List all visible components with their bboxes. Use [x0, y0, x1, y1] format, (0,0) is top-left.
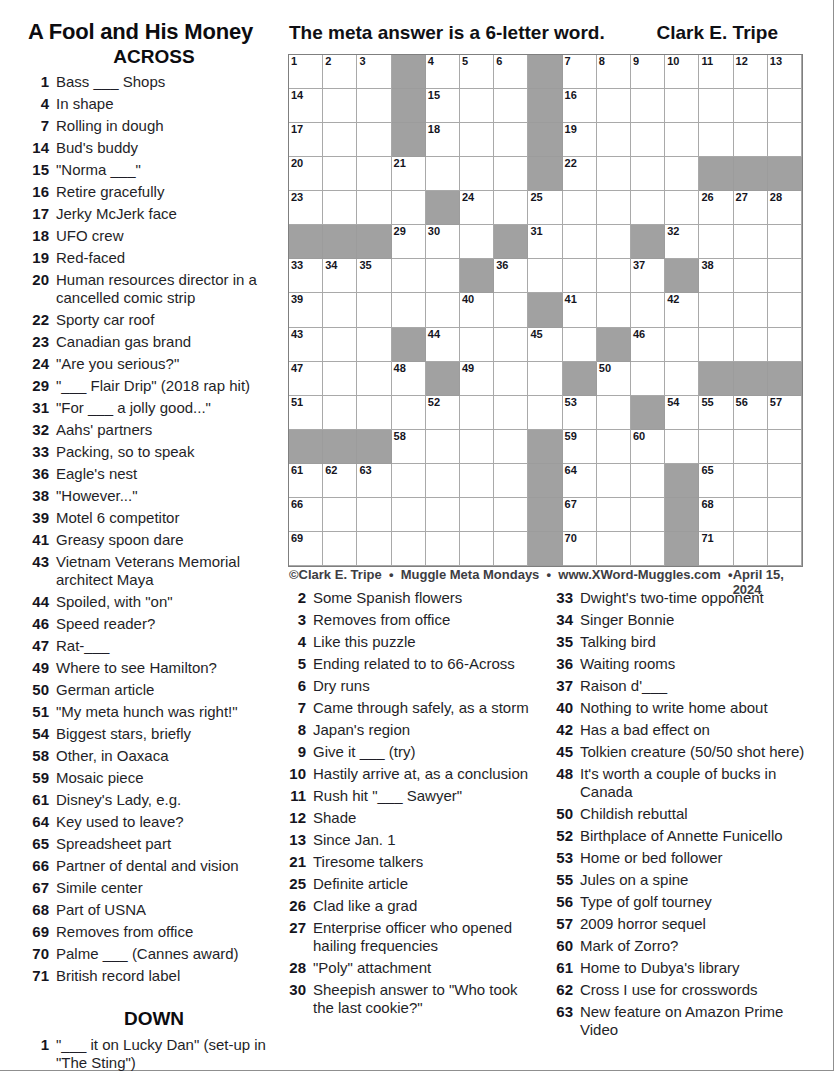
clue-item[interactable]: 13Since Jan. 1 — [288, 831, 536, 849]
block-cell — [528, 430, 562, 464]
clue-item[interactable]: 572009 horror sequel — [554, 915, 818, 933]
grid-cell[interactable] — [768, 464, 802, 498]
grid-cell[interactable]: 69 — [289, 532, 323, 566]
clue-item[interactable]: 36Eagle's nest — [24, 465, 284, 483]
clue-item[interactable]: 47Rat-___ — [24, 637, 284, 655]
cell-number: 45 — [530, 329, 542, 340]
grid-cell[interactable]: 60 — [631, 430, 665, 464]
clue-item[interactable]: 66Partner of dental and vision — [24, 857, 284, 875]
grid-cell[interactable] — [494, 498, 528, 532]
clue-item[interactable]: 32Aahs' partners — [24, 421, 284, 439]
grid-cell[interactable] — [699, 293, 733, 327]
grid-cell[interactable] — [631, 498, 665, 532]
grid-cell[interactable] — [392, 396, 426, 430]
clue-item[interactable]: 38"However..." — [24, 487, 284, 505]
grid-cell[interactable] — [631, 123, 665, 157]
grid-cell[interactable] — [460, 396, 494, 430]
clue-item[interactable]: 4In shape — [24, 95, 284, 113]
grid-cell[interactable] — [460, 430, 494, 464]
grid-cell[interactable] — [426, 430, 460, 464]
grid-cell[interactable] — [631, 89, 665, 123]
cell-number: 46 — [633, 329, 645, 340]
grid-cell[interactable] — [357, 362, 391, 396]
grid-cell[interactable] — [734, 89, 768, 123]
grid-cell[interactable]: 35 — [357, 259, 391, 293]
grid-cell[interactable]: 65 — [699, 464, 733, 498]
clue-item[interactable]: 22Sporty car roof — [24, 311, 284, 329]
grid-cell[interactable] — [323, 532, 357, 566]
clue-item[interactable]: 15"Norma ___" — [24, 161, 284, 179]
grid-cell[interactable]: 27 — [734, 191, 768, 225]
clue-item[interactable]: 20Human resources director in a cancelle… — [24, 271, 284, 307]
clue-item[interactable]: 33Dwight's two-time opponent — [554, 589, 818, 607]
clue-item[interactable]: 37Raison d'___ — [554, 677, 818, 695]
grid-cell[interactable]: 9 — [631, 55, 665, 89]
grid-cell[interactable] — [357, 191, 391, 225]
grid-cell[interactable] — [460, 89, 494, 123]
clue-item[interactable]: 64Key used to leave? — [24, 813, 284, 831]
grid-cell[interactable] — [494, 157, 528, 191]
grid-cell[interactable]: 4 — [426, 55, 460, 89]
grid-cell[interactable] — [323, 293, 357, 327]
grid-cell[interactable]: 3 — [357, 55, 391, 89]
grid-cell[interactable]: 21 — [392, 157, 426, 191]
grid-cell[interactable]: 40 — [460, 293, 494, 327]
grid-cell[interactable]: 14 — [289, 89, 323, 123]
grid-cell[interactable] — [631, 293, 665, 327]
clue-item[interactable]: 60Mark of Zorro? — [554, 937, 818, 955]
grid-cell[interactable]: 66 — [289, 498, 323, 532]
grid-cell[interactable] — [460, 498, 494, 532]
grid-cell[interactable] — [768, 430, 802, 464]
clue-number: 18 — [24, 227, 49, 245]
grid-cell[interactable] — [460, 464, 494, 498]
grid-cell[interactable]: 38 — [699, 259, 733, 293]
grid-cell[interactable] — [597, 430, 631, 464]
cell-number: 62 — [325, 465, 337, 476]
grid-cell[interactable] — [734, 532, 768, 566]
clue-text: 2009 horror sequel — [580, 915, 818, 933]
clue-item[interactable]: 46Speed reader? — [24, 615, 284, 633]
grid-cell[interactable]: 56 — [734, 396, 768, 430]
clue-item[interactable]: 48It's worth a couple of bucks in Canada — [554, 765, 818, 801]
grid-cell[interactable]: 25 — [528, 191, 562, 225]
clue-item[interactable]: 2Some Spanish flowers — [288, 589, 536, 607]
grid-cell[interactable] — [528, 396, 562, 430]
clue-text: Cross I use for crosswords — [580, 981, 818, 999]
grid-cell[interactable] — [392, 498, 426, 532]
grid-cell[interactable]: 20 — [289, 157, 323, 191]
clue-item[interactable]: 1Bass ___ Shops — [24, 73, 284, 91]
grid-cell[interactable] — [665, 123, 699, 157]
clue-item[interactable]: 12Shade — [288, 809, 536, 827]
clue-number: 33 — [554, 589, 573, 607]
grid-cell[interactable]: 5 — [460, 55, 494, 89]
clue-item[interactable]: 59Mosaic piece — [24, 769, 284, 787]
grid-cell[interactable] — [768, 293, 802, 327]
grid-cell[interactable] — [426, 498, 460, 532]
grid-cell[interactable] — [528, 259, 562, 293]
grid-cell[interactable] — [426, 532, 460, 566]
grid-cell[interactable] — [597, 293, 631, 327]
grid-cell[interactable]: 23 — [289, 191, 323, 225]
grid-cell[interactable]: 45 — [528, 328, 562, 362]
grid-cell[interactable]: 8 — [597, 55, 631, 89]
clue-item[interactable]: 43Vietnam Veterans Memorial architect Ma… — [24, 553, 284, 589]
grid-cell[interactable] — [734, 123, 768, 157]
grid-cell[interactable]: 11 — [699, 55, 733, 89]
grid-cell[interactable] — [460, 225, 494, 259]
grid-cell[interactable]: 51 — [289, 396, 323, 430]
grid-cell[interactable] — [768, 259, 802, 293]
grid-cell[interactable]: 68 — [699, 498, 733, 532]
clue-item[interactable]: 31"For ___ a jolly good..." — [24, 399, 284, 417]
grid-cell[interactable] — [734, 259, 768, 293]
grid-cell[interactable]: 59 — [563, 430, 597, 464]
grid-cell[interactable]: 16 — [563, 89, 597, 123]
grid-cell[interactable] — [734, 225, 768, 259]
clue-item[interactable]: 17Jerky McJerk face — [24, 205, 284, 223]
clue-number: 49 — [24, 659, 49, 677]
grid-cell[interactable]: 57 — [768, 396, 802, 430]
grid-cell[interactable] — [768, 89, 802, 123]
clue-item[interactable]: 51"My meta hunch was right!" — [24, 703, 284, 721]
grid-cell[interactable]: 39 — [289, 293, 323, 327]
grid-cell[interactable] — [631, 532, 665, 566]
grid-cell[interactable] — [357, 123, 391, 157]
clue-item[interactable]: 65Spreadsheet part — [24, 835, 284, 853]
grid-cell[interactable] — [563, 191, 597, 225]
cell-number: 9 — [633, 56, 639, 67]
clue-item[interactable]: 71British record label — [24, 967, 284, 985]
grid-cell[interactable] — [665, 430, 699, 464]
grid-cell[interactable]: 2 — [323, 55, 357, 89]
grid-cell[interactable] — [323, 396, 357, 430]
grid-cell[interactable] — [323, 89, 357, 123]
clue-item[interactable]: 33Packing, so to speak — [24, 443, 284, 461]
grid-cell[interactable] — [734, 430, 768, 464]
grid-cell[interactable] — [631, 464, 665, 498]
grid-cell[interactable]: 53 — [563, 396, 597, 430]
grid-cell[interactable]: 64 — [563, 464, 597, 498]
clue-item[interactable]: 36Waiting rooms — [554, 655, 818, 673]
grid-cell[interactable] — [768, 498, 802, 532]
grid-cell[interactable] — [597, 259, 631, 293]
clue-item[interactable]: 70Palme ___ (Cannes award) — [24, 945, 284, 963]
grid-cell[interactable]: 31 — [528, 225, 562, 259]
clue-number: 25 — [288, 875, 306, 893]
grid-cell[interactable] — [734, 328, 768, 362]
clue-item[interactable]: 55Jules on a spine — [554, 871, 818, 889]
grid-cell[interactable] — [494, 191, 528, 225]
grid-cell[interactable] — [631, 157, 665, 191]
grid-cell[interactable] — [392, 259, 426, 293]
grid-cell[interactable] — [323, 123, 357, 157]
grid-cell[interactable] — [426, 157, 460, 191]
grid-cell[interactable] — [563, 225, 597, 259]
grid-cell[interactable] — [597, 396, 631, 430]
cell-number: 8 — [599, 56, 605, 67]
grid-cell[interactable] — [631, 362, 665, 396]
clue-item[interactable]: 4Like this puzzle — [288, 633, 536, 651]
grid-cell[interactable]: 70 — [563, 532, 597, 566]
clue-item[interactable]: 30Sheepish answer to "Who took the last … — [288, 981, 536, 1017]
grid-cell[interactable] — [357, 293, 391, 327]
grid-cell[interactable]: 26 — [699, 191, 733, 225]
grid-cell[interactable]: 48 — [392, 362, 426, 396]
grid-cell[interactable]: 63 — [357, 464, 391, 498]
clue-item[interactable]: 18UFO crew — [24, 227, 284, 245]
grid-cell[interactable] — [597, 498, 631, 532]
down-clue-column-middle: 2Some Spanish flowers3Removes from offic… — [288, 589, 536, 1021]
grid-cell[interactable] — [699, 225, 733, 259]
grid-cell[interactable] — [597, 123, 631, 157]
clue-item[interactable]: 52Birthplace of Annette Funicello — [554, 827, 818, 845]
grid-cell[interactable]: 32 — [665, 225, 699, 259]
clue-item[interactable]: 7Came through safely, as a storm — [288, 699, 536, 717]
cell-number: 29 — [394, 226, 406, 237]
grid-cell[interactable] — [665, 89, 699, 123]
grid-cell[interactable] — [699, 430, 733, 464]
grid-cell[interactable]: 22 — [563, 157, 597, 191]
grid-cell[interactable]: 67 — [563, 498, 597, 532]
clue-item[interactable]: 14Bud's buddy — [24, 139, 284, 157]
grid-cell[interactable] — [597, 464, 631, 498]
grid-cell[interactable] — [357, 396, 391, 430]
grid-cell[interactable] — [323, 498, 357, 532]
grid-cell[interactable] — [734, 464, 768, 498]
clue-item[interactable]: 28"Poly" attachment — [288, 959, 536, 977]
grid-cell[interactable]: 24 — [460, 191, 494, 225]
grid-cell[interactable]: 37 — [631, 259, 665, 293]
clue-item[interactable]: 34Singer Bonnie — [554, 611, 818, 629]
clue-text: "___ it on Lucky Dan" (set-up in "The St… — [56, 1036, 284, 1071]
grid-cell[interactable] — [494, 396, 528, 430]
clue-item[interactable]: 27Enterprise officer who opened hailing … — [288, 919, 536, 955]
clue-item[interactable]: 61Disney's Lady, e.g. — [24, 791, 284, 809]
cell-number: 26 — [701, 192, 713, 203]
grid-cell[interactable]: 18 — [426, 123, 460, 157]
grid-cell[interactable]: 43 — [289, 328, 323, 362]
clue-item[interactable]: 50Childish rebuttal — [554, 805, 818, 823]
grid-cell[interactable]: 17 — [289, 123, 323, 157]
grid-cell[interactable] — [665, 191, 699, 225]
block-cell — [392, 55, 426, 89]
grid-cell[interactable]: 61 — [289, 464, 323, 498]
clue-item[interactable]: 8Japan's region — [288, 721, 536, 739]
grid-cell[interactable] — [323, 157, 357, 191]
clue-number: 62 — [554, 981, 573, 999]
grid-cell[interactable] — [734, 293, 768, 327]
grid-cell[interactable] — [323, 328, 357, 362]
grid-cell[interactable] — [528, 362, 562, 396]
clue-item[interactable]: 53Home or bed follower — [554, 849, 818, 867]
grid-cell[interactable]: 49 — [460, 362, 494, 396]
clue-item[interactable]: 35Talking bird — [554, 633, 818, 651]
grid-cell[interactable]: 29 — [392, 225, 426, 259]
clue-item[interactable]: 3Removes from office — [288, 611, 536, 629]
clue-item[interactable]: 42Has a bad effect on — [554, 721, 818, 739]
clue-item[interactable]: 45Tolkien creature (50/50 shot here) — [554, 743, 818, 761]
grid-cell[interactable] — [597, 532, 631, 566]
clue-item[interactable]: 24"Are you serious?" — [24, 355, 284, 373]
clue-item[interactable]: 67Simile center — [24, 879, 284, 897]
grid-cell[interactable]: 54 — [665, 396, 699, 430]
grid-cell[interactable] — [597, 89, 631, 123]
grid-cell[interactable]: 42 — [665, 293, 699, 327]
grid-cell[interactable] — [357, 328, 391, 362]
grid-cell[interactable]: 19 — [563, 123, 597, 157]
grid-cell[interactable] — [699, 328, 733, 362]
grid-cell[interactable] — [597, 157, 631, 191]
grid-cell[interactable] — [494, 123, 528, 157]
grid-cell[interactable] — [631, 191, 665, 225]
clue-item[interactable]: 49Where to see Hamilton? — [24, 659, 284, 677]
grid-cell[interactable] — [494, 464, 528, 498]
clue-item[interactable]: 41Greasy spoon dare — [24, 531, 284, 549]
grid-cell[interactable]: 44 — [426, 328, 460, 362]
grid-cell[interactable] — [699, 89, 733, 123]
grid-cell[interactable] — [665, 157, 699, 191]
grid-cell[interactable]: 30 — [426, 225, 460, 259]
grid-cell[interactable] — [426, 464, 460, 498]
clue-text: Mosaic piece — [56, 769, 284, 787]
grid-cell[interactable]: 15 — [426, 89, 460, 123]
clue-number: 32 — [24, 421, 49, 439]
clue-item[interactable]: 10Hastily arrive at, as a conclusion — [288, 765, 536, 783]
cell-number: 67 — [565, 499, 577, 510]
clue-number: 22 — [24, 311, 49, 329]
clue-item[interactable]: 21Tiresome talkers — [288, 853, 536, 871]
clue-item[interactable]: 7Rolling in dough — [24, 117, 284, 135]
grid-cell[interactable] — [357, 157, 391, 191]
grid-cell[interactable]: 41 — [563, 293, 597, 327]
block-cell — [528, 55, 562, 89]
cell-number: 11 — [701, 56, 713, 67]
grid-cell[interactable] — [460, 157, 494, 191]
grid-cell[interactable]: 46 — [631, 328, 665, 362]
clue-item[interactable]: 40Nothing to write home about — [554, 699, 818, 717]
clue-number: 51 — [24, 703, 49, 721]
clue-number: 1 — [24, 1036, 49, 1071]
grid-cell[interactable] — [494, 532, 528, 566]
grid-cell[interactable] — [323, 362, 357, 396]
clue-item[interactable]: 44Spoiled, with "on" — [24, 593, 284, 611]
grid-cell[interactable]: 28 — [768, 191, 802, 225]
clue-item[interactable]: 9Give it ___ (try) — [288, 743, 536, 761]
grid-cell[interactable] — [665, 328, 699, 362]
grid-cell[interactable]: 1 — [289, 55, 323, 89]
clue-item[interactable]: 69Removes from office — [24, 923, 284, 941]
grid-cell[interactable]: 6 — [494, 55, 528, 89]
grid-cell[interactable] — [494, 293, 528, 327]
grid-cell[interactable]: 71 — [699, 532, 733, 566]
clue-item[interactable]: 62Cross I use for crosswords — [554, 981, 818, 999]
grid-cell[interactable] — [734, 498, 768, 532]
grid-cell[interactable] — [563, 328, 597, 362]
clue-item[interactable]: 16Retire gracefully — [24, 183, 284, 201]
grid-cell[interactable] — [563, 259, 597, 293]
clue-item[interactable]: 63New feature on Amazon Prime Video — [554, 1003, 818, 1039]
grid-cell[interactable] — [768, 225, 802, 259]
grid-cell[interactable] — [460, 123, 494, 157]
grid-cell[interactable]: 62 — [323, 464, 357, 498]
clue-item[interactable]: 11Rush hit "___ Sawyer" — [288, 787, 536, 805]
grid-cell[interactable]: 52 — [426, 396, 460, 430]
grid-cell[interactable] — [357, 532, 391, 566]
grid-cell[interactable] — [426, 293, 460, 327]
clue-text: In shape — [56, 95, 284, 113]
grid-cell[interactable] — [597, 225, 631, 259]
grid-cell[interactable] — [494, 328, 528, 362]
grid-cell[interactable] — [494, 89, 528, 123]
grid-cell[interactable]: 58 — [392, 430, 426, 464]
cell-number: 23 — [291, 192, 303, 203]
clue-text: Jules on a spine — [580, 871, 818, 889]
clue-item[interactable]: 25Definite article — [288, 875, 536, 893]
clue-item[interactable]: 26Clad like a grad — [288, 897, 536, 915]
grid-cell[interactable] — [460, 532, 494, 566]
grid-cell[interactable]: 7 — [563, 55, 597, 89]
grid-cell[interactable] — [699, 123, 733, 157]
grid-cell[interactable]: 33 — [289, 259, 323, 293]
grid-cell[interactable] — [426, 259, 460, 293]
clue-item[interactable]: 54Biggest stars, briefly — [24, 725, 284, 743]
grid-cell[interactable]: 55 — [699, 396, 733, 430]
grid-cell[interactable] — [768, 328, 802, 362]
grid-cell[interactable] — [392, 191, 426, 225]
cell-number: 36 — [496, 260, 508, 271]
grid-cell[interactable]: 36 — [494, 259, 528, 293]
clue-item[interactable]: 39Motel 6 competitor — [24, 509, 284, 527]
grid-cell[interactable] — [392, 464, 426, 498]
grid-cell[interactable] — [392, 532, 426, 566]
grid-cell[interactable]: 34 — [323, 259, 357, 293]
clue-text: Came through safely, as a storm — [313, 699, 536, 717]
grid-cell[interactable] — [323, 191, 357, 225]
clue-item[interactable]: 50German article — [24, 681, 284, 699]
grid-cell[interactable] — [665, 362, 699, 396]
clue-item[interactable]: 1"___ it on Lucky Dan" (set-up in "The S… — [24, 1036, 284, 1071]
clue-item[interactable]: 5Ending related to to 66-Across — [288, 655, 536, 673]
grid-cell[interactable] — [494, 430, 528, 464]
clue-item[interactable]: 6Dry runs — [288, 677, 536, 695]
clue-text: Removes from office — [56, 923, 284, 941]
clue-item[interactable]: 68Part of USNA — [24, 901, 284, 919]
grid-cell[interactable]: 47 — [289, 362, 323, 396]
clue-item[interactable]: 19Red-faced — [24, 249, 284, 267]
grid-cell[interactable]: 10 — [665, 55, 699, 89]
grid-cell[interactable]: 50 — [597, 362, 631, 396]
clue-item[interactable]: 23Canadian gas brand — [24, 333, 284, 351]
grid-cell[interactable] — [460, 328, 494, 362]
grid-cell[interactable]: 13 — [768, 55, 802, 89]
grid-cell[interactable] — [494, 362, 528, 396]
grid-cell[interactable] — [768, 532, 802, 566]
grid-cell[interactable] — [357, 89, 391, 123]
grid-cell[interactable] — [768, 123, 802, 157]
grid-cell[interactable] — [392, 293, 426, 327]
clue-text: British record label — [56, 967, 284, 985]
clue-item[interactable]: 58Other, in Oaxaca — [24, 747, 284, 765]
clue-item[interactable]: 56Type of golf tourney — [554, 893, 818, 911]
grid-cell[interactable] — [597, 191, 631, 225]
block-cell — [528, 123, 562, 157]
grid-cell[interactable] — [357, 498, 391, 532]
clue-item[interactable]: 29"___ Flair Drip" (2018 rap hit) — [24, 377, 284, 395]
clue-item[interactable]: 61Home to Dubya's library — [554, 959, 818, 977]
grid-cell[interactable]: 12 — [734, 55, 768, 89]
